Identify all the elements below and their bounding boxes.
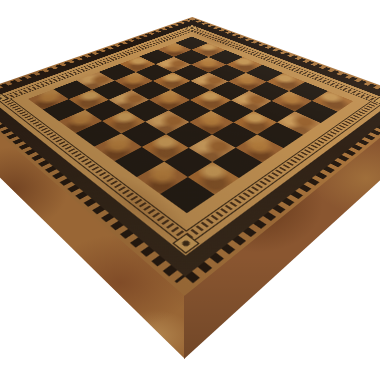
scene	[0, 0, 380, 380]
chess-box-lid-top	[0, 17, 380, 296]
